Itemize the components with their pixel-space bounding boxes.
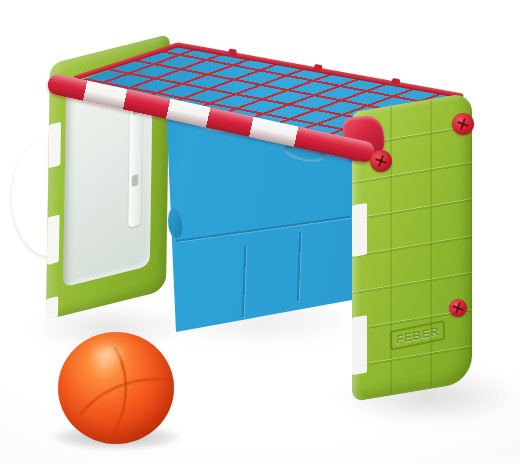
product-photo-stage: FEBER [0,0,520,463]
post-stripe [46,296,58,320]
net-clip [313,64,322,73]
post-stripe [47,215,60,265]
latch-hole [132,174,139,187]
net-clip [391,78,400,87]
post-stripe [352,203,367,257]
post-stripe [48,122,61,169]
screw-cap [370,150,392,172]
screw-cap [449,299,467,317]
screw-cap [452,113,474,135]
post-stripe [352,315,367,375]
toy-ball [58,332,174,444]
brand-logo-embossed: FEBER [390,320,446,351]
ball-highlight [88,341,127,366]
net-clip [227,48,236,57]
